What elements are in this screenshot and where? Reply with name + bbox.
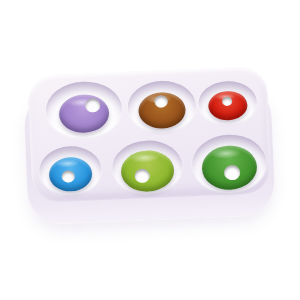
ring-glare-highlight [211, 148, 242, 160]
pit-bottom-left[interactable] [42, 139, 117, 199]
ring-glare-highlight [129, 152, 159, 163]
ring-hole [61, 171, 74, 184]
pit-bottom-right[interactable] [188, 133, 263, 193]
pit-bottom-center[interactable] [115, 136, 190, 196]
pit-top-left[interactable] [40, 82, 115, 142]
ring-hole [222, 97, 232, 106]
tray-board [27, 66, 271, 203]
ring-hole [134, 168, 150, 183]
pit-top-right[interactable] [186, 76, 261, 136]
board [27, 66, 271, 203]
ring-hole [154, 95, 167, 108]
pit-top-center[interactable] [113, 79, 188, 139]
ring-glare-highlight [56, 159, 80, 168]
ring-hole [84, 98, 100, 113]
ring-hole [224, 165, 241, 181]
photo-stage [0, 0, 300, 300]
